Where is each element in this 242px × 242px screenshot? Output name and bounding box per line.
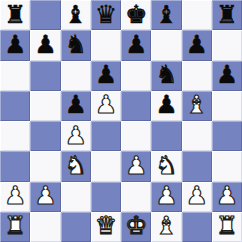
white-knight[interactable]: ♞ (64, 153, 86, 178)
black-bishop[interactable]: ♝ (155, 2, 177, 27)
black-pawn[interactable]: ♟ (155, 92, 177, 117)
square-f6[interactable]: ♞ (151, 61, 181, 91)
square-g5[interactable]: ♝ (182, 91, 212, 121)
square-d7[interactable] (91, 30, 121, 60)
square-e1[interactable]: ♚ (121, 212, 151, 242)
square-h2[interactable]: ♟ (212, 182, 242, 212)
square-g3[interactable] (182, 151, 212, 181)
square-e7[interactable]: ♟ (121, 30, 151, 60)
black-pawn[interactable]: ♟ (34, 32, 56, 57)
square-e4[interactable] (121, 121, 151, 151)
square-a4[interactable] (0, 121, 30, 151)
black-pawn[interactable]: ♟ (185, 32, 207, 57)
black-bishop[interactable]: ♝ (64, 2, 86, 27)
square-g1[interactable] (182, 212, 212, 242)
black-pawn[interactable]: ♟ (216, 62, 238, 87)
square-c8[interactable]: ♝ (61, 0, 91, 30)
square-d1[interactable]: ♛ (91, 212, 121, 242)
square-a3[interactable] (0, 151, 30, 181)
square-h6[interactable]: ♟ (212, 61, 242, 91)
black-pawn[interactable]: ♟ (64, 92, 86, 117)
square-b5[interactable] (30, 91, 60, 121)
square-b4[interactable] (30, 121, 60, 151)
white-rook[interactable]: ♜ (4, 213, 26, 238)
square-e2[interactable] (121, 182, 151, 212)
black-king[interactable]: ♚ (125, 2, 147, 27)
square-h8[interactable]: ♜ (212, 0, 242, 30)
square-f1[interactable]: ♝ (151, 212, 181, 242)
square-e3[interactable]: ♟ (121, 151, 151, 181)
black-knight[interactable]: ♞ (64, 32, 86, 57)
black-pawn[interactable]: ♟ (4, 32, 26, 57)
black-rook[interactable]: ♜ (216, 2, 238, 27)
black-pawn[interactable]: ♟ (95, 62, 117, 87)
square-a7[interactable]: ♟ (0, 30, 30, 60)
white-rook[interactable]: ♜ (216, 213, 238, 238)
square-f5[interactable]: ♟ (151, 91, 181, 121)
white-pawn[interactable]: ♟ (216, 183, 238, 208)
white-pawn[interactable]: ♟ (125, 153, 147, 178)
square-c3[interactable]: ♞ (61, 151, 91, 181)
square-c4[interactable]: ♟ (61, 121, 91, 151)
square-c1[interactable] (61, 212, 91, 242)
square-c5[interactable]: ♟ (61, 91, 91, 121)
square-a8[interactable]: ♜ (0, 0, 30, 30)
square-b8[interactable] (30, 0, 60, 30)
square-e8[interactable]: ♚ (121, 0, 151, 30)
white-king[interactable]: ♚ (125, 213, 147, 238)
white-knight[interactable]: ♞ (155, 153, 177, 178)
white-bishop[interactable]: ♝ (155, 213, 177, 238)
square-g6[interactable] (182, 61, 212, 91)
square-b1[interactable] (30, 212, 60, 242)
square-d8[interactable]: ♛ (91, 0, 121, 30)
square-h5[interactable] (212, 91, 242, 121)
white-pawn[interactable]: ♟ (4, 183, 26, 208)
square-a2[interactable]: ♟ (0, 182, 30, 212)
black-queen[interactable]: ♛ (95, 2, 117, 27)
square-f7[interactable] (151, 30, 181, 60)
white-pawn[interactable]: ♟ (95, 92, 117, 117)
square-g4[interactable] (182, 121, 212, 151)
square-g8[interactable] (182, 0, 212, 30)
square-b3[interactable] (30, 151, 60, 181)
square-c6[interactable] (61, 61, 91, 91)
square-h3[interactable] (212, 151, 242, 181)
chess-board: ♜♝♛♚♝♜♟♟♞♟♟♟♞♟♟♟♟♝♟♞♟♞♟♟♟♟♟♜♛♚♝♜ (0, 0, 242, 242)
square-a5[interactable] (0, 91, 30, 121)
black-pawn[interactable]: ♟ (125, 32, 147, 57)
white-pawn[interactable]: ♟ (34, 183, 56, 208)
square-h1[interactable]: ♜ (212, 212, 242, 242)
white-pawn[interactable]: ♟ (155, 183, 177, 208)
black-rook[interactable]: ♜ (4, 2, 26, 27)
square-b7[interactable]: ♟ (30, 30, 60, 60)
square-e6[interactable] (121, 61, 151, 91)
square-a1[interactable]: ♜ (0, 212, 30, 242)
square-d6[interactable]: ♟ (91, 61, 121, 91)
square-c7[interactable]: ♞ (61, 30, 91, 60)
white-queen[interactable]: ♛ (95, 213, 117, 238)
square-g2[interactable]: ♟ (182, 182, 212, 212)
square-e5[interactable] (121, 91, 151, 121)
square-a6[interactable] (0, 61, 30, 91)
white-bishop[interactable]: ♝ (185, 92, 207, 117)
square-c2[interactable] (61, 182, 91, 212)
white-pawn[interactable]: ♟ (185, 183, 207, 208)
black-knight[interactable]: ♞ (155, 62, 177, 87)
square-g7[interactable]: ♟ (182, 30, 212, 60)
square-f4[interactable] (151, 121, 181, 151)
square-h4[interactable] (212, 121, 242, 151)
chess-board-container: ♜♝♛♚♝♜♟♟♞♟♟♟♞♟♟♟♟♝♟♞♟♞♟♟♟♟♟♜♛♚♝♜ (0, 0, 242, 242)
square-h7[interactable] (212, 30, 242, 60)
square-f8[interactable]: ♝ (151, 0, 181, 30)
square-d4[interactable] (91, 121, 121, 151)
square-d5[interactable]: ♟ (91, 91, 121, 121)
white-pawn[interactable]: ♟ (64, 123, 86, 148)
square-f2[interactable]: ♟ (151, 182, 181, 212)
square-b6[interactable] (30, 61, 60, 91)
square-d3[interactable] (91, 151, 121, 181)
square-b2[interactable]: ♟ (30, 182, 60, 212)
square-f3[interactable]: ♞ (151, 151, 181, 181)
square-d2[interactable] (91, 182, 121, 212)
